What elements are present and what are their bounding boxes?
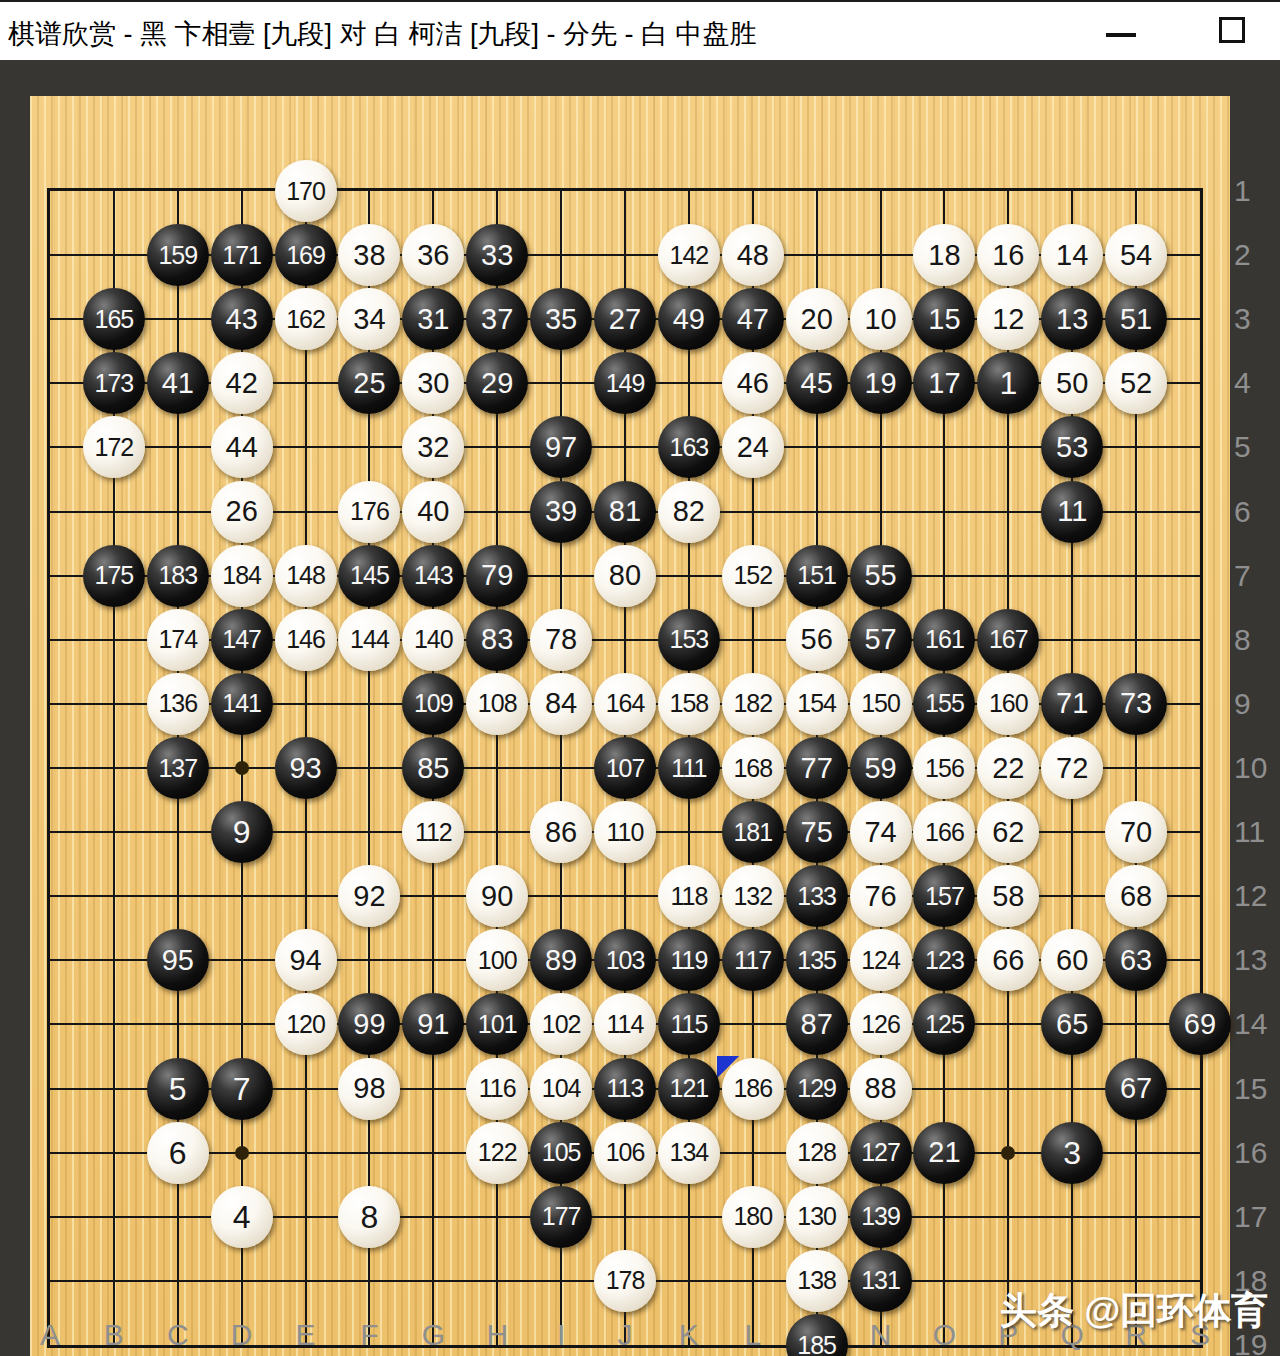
window-title: 棋谱欣赏 - 黑 卞相壹 [九段] 对 白 柯洁 [九段] - 分先 - 白 中… (8, 16, 757, 52)
stone-move-number: 98 (353, 1074, 385, 1103)
stone-move-number: 136 (158, 691, 197, 716)
stone-move-number: 181 (733, 820, 772, 845)
go-stone-white-46: 46 (722, 352, 784, 414)
go-stone-black-127: 127 (850, 1122, 912, 1184)
col-label-F: F (339, 1318, 399, 1352)
go-stone-white-128: 128 (786, 1122, 848, 1184)
go-stone-black-75: 75 (786, 801, 848, 863)
stone-move-number: 128 (797, 1140, 836, 1165)
col-label-G: G (403, 1318, 463, 1352)
stone-move-number: 34 (353, 305, 385, 334)
go-stone-white-168: 168 (722, 737, 784, 799)
stone-move-number: 150 (861, 691, 900, 716)
stone-move-number: 80 (609, 561, 641, 590)
go-stone-black-95: 95 (147, 929, 209, 991)
go-stone-white-98: 98 (338, 1058, 400, 1120)
go-stone-black-107: 107 (594, 737, 656, 799)
row-label-5: 5 (1234, 430, 1280, 464)
stone-move-number: 40 (417, 497, 449, 526)
stone-move-number: 110 (607, 820, 644, 845)
stone-move-number: 183 (158, 563, 197, 588)
col-label-E: E (276, 1318, 336, 1352)
stone-move-number: 7 (233, 1073, 251, 1105)
stone-move-number: 127 (861, 1140, 900, 1165)
stone-move-number: 86 (545, 818, 577, 847)
go-stone-white-136: 136 (147, 673, 209, 735)
go-stone-white-180: 180 (722, 1186, 784, 1248)
go-stone-white-26: 26 (211, 481, 273, 543)
go-stone-black-13: 13 (1041, 288, 1103, 350)
go-stone-white-170: 170 (275, 160, 337, 222)
go-stone-white-84: 84 (530, 673, 592, 735)
row-label-1: 1 (1234, 174, 1280, 208)
watermark: 头条 @回环体育 (1000, 1286, 1268, 1336)
stone-move-number: 72 (1056, 754, 1088, 783)
go-stone-black-81: 81 (594, 481, 656, 543)
stone-move-number: 132 (733, 884, 772, 909)
go-stone-white-116: 116 (466, 1058, 528, 1120)
stone-move-number: 3 (1063, 1137, 1081, 1169)
go-stone-white-140: 140 (402, 609, 464, 671)
go-stone-black-165: 165 (83, 288, 145, 350)
stone-move-number: 159 (158, 243, 197, 268)
go-stone-white-124: 124 (850, 929, 912, 991)
go-stone-white-146: 146 (275, 609, 337, 671)
go-stone-white-120: 120 (275, 993, 337, 1055)
go-stone-black-109: 109 (402, 673, 464, 735)
stone-move-number: 14 (1056, 241, 1088, 270)
row-label-16: 16 (1234, 1136, 1280, 1170)
stone-move-number: 94 (289, 946, 321, 975)
go-stone-black-69: 69 (1169, 993, 1231, 1055)
go-stone-black-105: 105 (530, 1122, 592, 1184)
stone-move-number: 186 (733, 1076, 772, 1101)
go-stone-white-24: 24 (722, 416, 784, 478)
stone-move-number: 65 (1056, 1010, 1088, 1039)
go-stone-black-145: 145 (338, 545, 400, 607)
stone-move-number: 19 (864, 369, 896, 398)
go-stone-black-139: 139 (850, 1186, 912, 1248)
stone-move-number: 50 (1056, 369, 1088, 398)
go-stone-black-153: 153 (658, 609, 720, 671)
row-label-9: 9 (1234, 687, 1280, 721)
stone-move-number: 67 (1120, 1074, 1152, 1103)
go-stone-white-90: 90 (466, 865, 528, 927)
stone-move-number: 12 (992, 305, 1024, 334)
stone-move-number: 36 (417, 241, 449, 270)
go-stone-white-172: 172 (83, 416, 145, 478)
stone-move-number: 157 (925, 884, 964, 909)
stone-move-number: 112 (415, 820, 452, 845)
stone-move-number: 60 (1056, 946, 1088, 975)
stone-move-number: 146 (286, 627, 325, 652)
go-stone-black-103: 103 (594, 929, 656, 991)
stone-move-number: 88 (864, 1074, 896, 1103)
col-label-C: C (148, 1318, 208, 1352)
stone-move-number: 44 (226, 433, 258, 462)
go-stone-black-163: 163 (658, 416, 720, 478)
go-stone-white-160: 160 (977, 673, 1039, 735)
stone-move-number: 62 (992, 818, 1024, 847)
go-stone-black-149: 149 (594, 352, 656, 414)
stone-move-number: 176 (350, 499, 389, 524)
go-stone-black-119: 119 (658, 929, 720, 991)
stone-move-number: 148 (286, 563, 325, 588)
stone-move-number: 184 (222, 563, 261, 588)
stone-move-number: 52 (1120, 369, 1152, 398)
stone-move-number: 84 (545, 689, 577, 718)
go-stone-black-27: 27 (594, 288, 656, 350)
stone-move-number: 37 (481, 305, 513, 334)
stone-move-number: 151 (797, 563, 836, 588)
go-stone-black-41: 41 (147, 352, 209, 414)
stone-move-number: 103 (606, 948, 645, 973)
go-stone-white-112: 112 (402, 801, 464, 863)
stone-move-number: 73 (1120, 689, 1152, 718)
go-stone-black-93: 93 (275, 737, 337, 799)
stone-move-number: 39 (545, 497, 577, 526)
stone-move-number: 74 (864, 818, 896, 847)
go-stone-white-138: 138 (786, 1250, 848, 1312)
stone-move-number: 130 (797, 1204, 836, 1229)
stone-move-number: 126 (861, 1012, 900, 1037)
go-stone-black-161: 161 (913, 609, 975, 671)
go-stone-white-16: 16 (977, 224, 1039, 286)
go-stone-white-70: 70 (1105, 801, 1167, 863)
go-stone-black-63: 63 (1105, 929, 1167, 991)
go-stone-white-82: 82 (658, 481, 720, 543)
go-stone-black-77: 77 (786, 737, 848, 799)
stone-move-number: 160 (989, 691, 1028, 716)
go-stone-black-135: 135 (786, 929, 848, 991)
stone-move-number: 59 (864, 754, 896, 783)
stone-move-number: 26 (226, 497, 258, 526)
go-stone-black-113: 113 (594, 1058, 656, 1120)
stone-move-number: 108 (478, 691, 517, 716)
go-stone-white-144: 144 (338, 609, 400, 671)
stone-move-number: 51 (1120, 305, 1152, 334)
go-stone-black-89: 89 (530, 929, 592, 991)
go-stone-black-181: 181 (722, 801, 784, 863)
stone-move-number: 9 (233, 816, 251, 848)
stone-move-number: 114 (607, 1012, 644, 1037)
stone-move-number: 118 (670, 884, 707, 909)
go-stone-white-106: 106 (594, 1122, 656, 1184)
col-label-B: B (84, 1318, 144, 1352)
go-stone-black-175: 175 (83, 545, 145, 607)
stone-move-number: 56 (801, 625, 833, 654)
go-stone-white-118: 118 (658, 865, 720, 927)
go-stone-white-20: 20 (786, 288, 848, 350)
row-label-2: 2 (1234, 238, 1280, 272)
go-stone-white-174: 174 (147, 609, 209, 671)
star-point (235, 1146, 249, 1160)
go-stone-white-72: 72 (1041, 737, 1103, 799)
stone-move-number: 178 (606, 1268, 645, 1293)
stone-move-number: 141 (222, 691, 261, 716)
go-stone-black-67: 67 (1105, 1058, 1167, 1120)
go-stone-white-186: 186 (722, 1058, 784, 1120)
go-board[interactable]: 1701591711693836331424818161454165431623… (30, 96, 1230, 1356)
stone-move-number: 48 (737, 241, 769, 270)
stone-move-number: 109 (414, 691, 453, 716)
col-label-N: N (851, 1318, 911, 1352)
go-stone-black-121: 121 (658, 1058, 720, 1120)
row-label-7: 7 (1234, 559, 1280, 593)
stone-move-number: 102 (542, 1012, 581, 1037)
go-stone-black-79: 79 (466, 545, 528, 607)
stone-move-number: 161 (925, 627, 964, 652)
stone-move-number: 42 (226, 369, 258, 398)
stone-move-number: 168 (733, 756, 772, 781)
go-stone-white-10: 10 (850, 288, 912, 350)
stone-move-number: 153 (670, 627, 709, 652)
go-stone-black-117: 117 (722, 929, 784, 991)
stone-move-number: 10 (864, 305, 896, 334)
stone-move-number: 138 (797, 1268, 836, 1293)
stone-move-number: 22 (992, 754, 1024, 783)
stone-move-number: 53 (1056, 433, 1088, 462)
stone-move-number: 20 (801, 305, 833, 334)
stone-move-number: 8 (361, 1201, 379, 1233)
go-stone-white-108: 108 (466, 673, 528, 735)
stone-move-number: 121 (670, 1076, 709, 1101)
stone-move-number: 120 (286, 1012, 325, 1037)
stone-move-number: 115 (670, 1012, 707, 1037)
stone-move-number: 137 (158, 756, 197, 781)
stone-move-number: 142 (670, 243, 709, 268)
go-stone-black-49: 49 (658, 288, 720, 350)
stone-move-number: 180 (733, 1204, 772, 1229)
row-label-8: 8 (1234, 623, 1280, 657)
stone-move-number: 54 (1120, 241, 1152, 270)
stone-move-number: 68 (1120, 882, 1152, 911)
stone-move-number: 49 (673, 305, 705, 334)
go-stone-black-3: 3 (1041, 1122, 1103, 1184)
go-stone-white-86: 86 (530, 801, 592, 863)
row-label-14: 14 (1234, 1007, 1280, 1041)
stone-move-number: 43 (226, 305, 258, 334)
star-point (1001, 1146, 1015, 1160)
go-stone-white-74: 74 (850, 801, 912, 863)
stone-move-number: 92 (353, 882, 385, 911)
go-stone-black-39: 39 (530, 481, 592, 543)
stone-move-number: 116 (479, 1076, 516, 1101)
go-stone-white-94: 94 (275, 929, 337, 991)
go-stone-black-173: 173 (83, 352, 145, 414)
minimize-icon (1106, 33, 1136, 37)
stone-move-number: 165 (95, 307, 134, 332)
stone-move-number: 1 (999, 367, 1017, 399)
stone-move-number: 139 (861, 1204, 900, 1229)
stone-move-number: 90 (481, 882, 513, 911)
app-window: 棋谱欣赏 - 黑 卞相壹 [九段] 对 白 柯洁 [九段] - 分先 - 白 中… (0, 0, 1280, 1356)
stone-move-number: 82 (673, 497, 705, 526)
go-stone-white-68: 68 (1105, 865, 1167, 927)
go-stone-white-52: 52 (1105, 352, 1167, 414)
stone-move-number: 144 (350, 627, 389, 652)
stone-move-number: 76 (864, 882, 896, 911)
stone-move-number: 47 (737, 305, 769, 334)
stone-move-number: 21 (928, 1138, 960, 1167)
stone-move-number: 16 (992, 241, 1024, 270)
row-label-17: 17 (1234, 1200, 1280, 1234)
go-stone-black-177: 177 (530, 1186, 592, 1248)
maximize-icon (1219, 17, 1245, 43)
go-stone-black-137: 137 (147, 737, 209, 799)
stone-move-number: 174 (158, 627, 197, 652)
stone-move-number: 83 (481, 625, 513, 654)
go-stone-white-48: 48 (722, 224, 784, 286)
go-stone-white-40: 40 (402, 481, 464, 543)
go-stone-white-22: 22 (977, 737, 1039, 799)
stone-move-number: 133 (797, 884, 836, 909)
stone-move-number: 63 (1120, 946, 1152, 975)
go-stone-white-182: 182 (722, 673, 784, 735)
stone-move-number: 135 (797, 948, 836, 973)
go-stone-black-19: 19 (850, 352, 912, 414)
go-stone-black-133: 133 (786, 865, 848, 927)
stone-move-number: 169 (286, 243, 325, 268)
row-label-13: 13 (1234, 943, 1280, 977)
stone-move-number: 164 (606, 691, 645, 716)
go-stone-white-176: 176 (338, 481, 400, 543)
stone-move-number: 45 (801, 369, 833, 398)
stone-move-number: 123 (925, 948, 964, 973)
row-label-11: 11 (1234, 815, 1280, 849)
stone-move-number: 131 (861, 1268, 900, 1293)
stone-move-number: 70 (1120, 818, 1152, 847)
go-stone-black-167: 167 (977, 609, 1039, 671)
go-stone-black-151: 151 (786, 545, 848, 607)
col-label-D: D (212, 1318, 272, 1352)
stone-move-number: 69 (1184, 1010, 1216, 1039)
stone-move-number: 140 (414, 627, 453, 652)
stone-move-number: 177 (542, 1204, 581, 1229)
stone-move-number: 41 (162, 369, 194, 398)
go-stone-white-78: 78 (530, 609, 592, 671)
go-stone-black-9: 9 (211, 801, 273, 863)
go-stone-white-122: 122 (466, 1122, 528, 1184)
go-stone-black-47: 47 (722, 288, 784, 350)
go-stone-white-54: 54 (1105, 224, 1167, 286)
go-stone-black-87: 87 (786, 993, 848, 1055)
go-stone-white-142: 142 (658, 224, 720, 286)
stone-move-number: 15 (928, 305, 960, 334)
stone-move-number: 170 (286, 179, 325, 204)
stone-move-number: 57 (864, 625, 896, 654)
stone-move-number: 6 (169, 1137, 187, 1169)
stone-move-number: 17 (928, 369, 960, 398)
row-label-6: 6 (1234, 495, 1280, 529)
star-point (235, 761, 249, 775)
go-stone-black-183: 183 (147, 545, 209, 607)
stone-move-number: 101 (478, 1012, 517, 1037)
stone-move-number: 79 (481, 561, 513, 590)
go-stone-black-55: 55 (850, 545, 912, 607)
stone-move-number: 107 (606, 756, 645, 781)
stone-move-number: 91 (417, 1010, 449, 1039)
stone-move-number: 71 (1056, 689, 1088, 718)
go-stone-black-73: 73 (1105, 673, 1167, 735)
maximize-button[interactable] (1218, 16, 1248, 46)
go-stone-white-184: 184 (211, 545, 273, 607)
stone-move-number: 154 (797, 691, 836, 716)
go-stone-white-56: 56 (786, 609, 848, 671)
stone-move-number: 104 (542, 1076, 581, 1101)
board-stage: 1701591711693836331424818161454165431623… (0, 60, 1280, 1356)
go-stone-black-83: 83 (466, 609, 528, 671)
stone-move-number: 95 (162, 946, 194, 975)
stone-move-number: 93 (289, 754, 321, 783)
go-stone-black-45: 45 (786, 352, 848, 414)
go-stone-black-51: 51 (1105, 288, 1167, 350)
stone-move-number: 152 (733, 563, 772, 588)
go-stone-white-132: 132 (722, 865, 784, 927)
row-label-10: 10 (1234, 751, 1280, 785)
go-stone-white-76: 76 (850, 865, 912, 927)
go-stone-black-35: 35 (530, 288, 592, 350)
go-stone-white-162: 162 (275, 288, 337, 350)
go-stone-black-59: 59 (850, 737, 912, 799)
stone-move-number: 124 (861, 948, 900, 973)
stone-move-number: 32 (417, 433, 449, 462)
minimize-button[interactable] (1104, 20, 1140, 48)
stone-move-number: 171 (222, 243, 261, 268)
stone-move-number: 147 (222, 627, 261, 652)
stone-move-number: 77 (801, 754, 833, 783)
stone-move-number: 145 (350, 563, 389, 588)
stone-move-number: 129 (797, 1076, 836, 1101)
go-stone-white-4: 4 (211, 1186, 273, 1248)
stone-move-number: 29 (481, 369, 513, 398)
col-label-K: K (659, 1318, 719, 1352)
stone-move-number: 166 (925, 820, 964, 845)
stone-move-number: 100 (478, 948, 517, 973)
go-stone-white-150: 150 (850, 673, 912, 735)
col-label-O: O (914, 1318, 974, 1352)
go-stone-black-155: 155 (913, 673, 975, 735)
stone-move-number: 87 (801, 1010, 833, 1039)
col-label-J: J (595, 1318, 655, 1352)
go-stone-white-6: 6 (147, 1122, 209, 1184)
go-stone-black-21: 21 (913, 1122, 975, 1184)
stone-move-number: 66 (992, 946, 1024, 975)
go-stone-white-88: 88 (850, 1058, 912, 1120)
go-stone-black-159: 159 (147, 224, 209, 286)
go-stone-white-114: 114 (594, 993, 656, 1055)
stone-move-number: 106 (606, 1140, 645, 1165)
stone-move-number: 163 (670, 435, 709, 460)
col-label-A: A (20, 1318, 80, 1352)
stone-move-number: 46 (737, 369, 769, 398)
col-label-L: L (723, 1318, 783, 1352)
stone-move-number: 158 (670, 691, 709, 716)
go-stone-black-85: 85 (402, 737, 464, 799)
go-stone-white-154: 154 (786, 673, 848, 735)
go-stone-black-171: 171 (211, 224, 273, 286)
go-stone-white-130: 130 (786, 1186, 848, 1248)
go-stone-black-111: 111 (658, 737, 720, 799)
go-stone-white-126: 126 (850, 993, 912, 1055)
stone-move-number: 31 (417, 305, 449, 334)
stone-move-number: 185 (797, 1333, 836, 1356)
stone-move-number: 18 (928, 241, 960, 270)
stone-move-number: 33 (481, 241, 513, 270)
stone-move-number: 5 (169, 1073, 187, 1105)
go-stone-white-104: 104 (530, 1058, 592, 1120)
row-label-4: 4 (1234, 366, 1280, 400)
